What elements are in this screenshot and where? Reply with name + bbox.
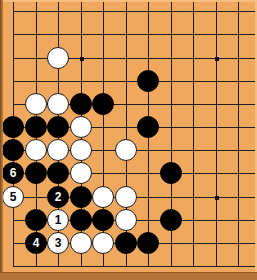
black-stone-G7 <box>137 116 159 138</box>
move-number-label: 3 <box>55 237 62 249</box>
grid-line-horizontal <box>13 34 257 35</box>
black-stone-B7 <box>25 116 47 138</box>
board-edge-top <box>3 0 257 2</box>
grid-line-vertical <box>238 0 239 267</box>
black-stone-C7 <box>47 116 69 138</box>
white-stone-B6 <box>25 139 47 161</box>
black-stone-H3 <box>160 209 182 231</box>
white-stone-C3: 1 <box>47 209 69 231</box>
white-stone-F4 <box>115 186 137 208</box>
black-stone-A7 <box>2 116 24 138</box>
black-stone-B3 <box>25 209 47 231</box>
grid-line-vertical <box>193 0 194 267</box>
move-number-label: 4 <box>33 237 40 249</box>
black-stone-D8 <box>70 93 92 115</box>
go-board: 652143 <box>0 0 257 280</box>
black-stone-B2: 4 <box>25 232 47 254</box>
white-stone-D7 <box>70 116 92 138</box>
white-stone-D2 <box>70 232 92 254</box>
move-number-label: 1 <box>55 214 62 226</box>
white-stone-B8 <box>25 93 47 115</box>
black-stone-E8 <box>92 93 114 115</box>
grid-line-horizontal <box>13 81 257 82</box>
board-edge-left <box>0 0 3 272</box>
black-stone-C4: 2 <box>47 186 69 208</box>
board-edge-bottom <box>0 272 257 280</box>
black-stone-G2 <box>137 232 159 254</box>
black-stone-A5: 6 <box>2 162 24 184</box>
white-stone-D5 <box>70 162 92 184</box>
grid-line-vertical <box>216 0 217 267</box>
black-stone-D4 <box>70 186 92 208</box>
black-stone-E3 <box>92 209 114 231</box>
star-point <box>215 57 219 61</box>
grid-line-horizontal <box>13 11 257 12</box>
move-number-label: 2 <box>55 191 62 203</box>
black-stone-B5 <box>25 162 47 184</box>
black-stone-F2 <box>115 232 137 254</box>
move-number-label: 5 <box>10 191 17 203</box>
white-stone-C6 <box>47 139 69 161</box>
board-edge-right <box>255 2 257 272</box>
star-point <box>80 57 84 61</box>
black-stone-A6 <box>2 139 24 161</box>
white-stone-F6 <box>115 139 137 161</box>
black-stone-H5 <box>160 162 182 184</box>
white-stone-E4 <box>92 186 114 208</box>
white-stone-C2: 3 <box>47 232 69 254</box>
white-stone-D6 <box>70 139 92 161</box>
grid-line-horizontal <box>13 266 257 267</box>
white-stone-A4: 5 <box>2 186 24 208</box>
black-stone-D3 <box>70 209 92 231</box>
black-stone-C5 <box>47 162 69 184</box>
white-stone-E2 <box>92 232 114 254</box>
white-stone-C8 <box>47 93 69 115</box>
black-stone-G9 <box>137 70 159 92</box>
star-point <box>215 196 219 200</box>
white-stone-F3 <box>115 209 137 231</box>
white-stone-C10 <box>47 47 69 69</box>
move-number-label: 6 <box>10 167 17 179</box>
